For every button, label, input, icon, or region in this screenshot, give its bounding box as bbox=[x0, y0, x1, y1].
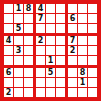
cell-r6c6[interactable] bbox=[56, 56, 65, 65]
cell-r8c7[interactable] bbox=[68, 78, 77, 87]
cell-r4c8[interactable] bbox=[78, 36, 87, 45]
cell-r1c5[interactable] bbox=[46, 4, 55, 13]
cell-r7c4[interactable] bbox=[36, 68, 45, 77]
cell-r7c6[interactable] bbox=[56, 68, 65, 77]
cell-r2c8[interactable] bbox=[78, 14, 87, 23]
cell-r2c1[interactable] bbox=[4, 14, 13, 23]
cell-r4c9[interactable] bbox=[88, 36, 97, 45]
box-1: 185 bbox=[4, 4, 33, 33]
cell-r7c5[interactable]: 5 bbox=[46, 68, 55, 77]
cell-r2c6[interactable] bbox=[56, 14, 65, 23]
cell-r6c2[interactable] bbox=[14, 56, 23, 65]
box-3: 6 bbox=[68, 4, 97, 33]
cell-r1c9[interactable] bbox=[88, 4, 97, 13]
cell-r7c8[interactable]: 8 bbox=[78, 68, 87, 77]
cell-r5c3[interactable] bbox=[24, 46, 33, 55]
cell-r5c8[interactable] bbox=[78, 46, 87, 55]
cell-r9c5[interactable] bbox=[46, 88, 55, 97]
cell-r3c6[interactable] bbox=[56, 24, 65, 33]
cell-r1c8[interactable] bbox=[78, 4, 87, 13]
cell-r9c8[interactable] bbox=[78, 88, 87, 97]
cell-r3c8[interactable] bbox=[78, 24, 87, 33]
cell-r9c3[interactable] bbox=[24, 88, 33, 97]
box-9: 81 bbox=[68, 68, 97, 97]
cell-r5c7[interactable]: 2 bbox=[68, 46, 77, 55]
box-5: 21 bbox=[36, 36, 65, 65]
cell-r9c6[interactable] bbox=[56, 88, 65, 97]
cell-r3c9[interactable] bbox=[88, 24, 97, 33]
cell-r8c4[interactable] bbox=[36, 78, 45, 87]
cell-r5c5[interactable] bbox=[46, 46, 55, 55]
cell-r8c3[interactable] bbox=[24, 78, 33, 87]
cell-r4c3[interactable] bbox=[24, 36, 33, 45]
cell-r8c1[interactable] bbox=[4, 78, 13, 87]
cell-r1c2[interactable]: 1 bbox=[14, 4, 23, 13]
cell-r5c1[interactable] bbox=[4, 46, 13, 55]
cell-r7c2[interactable] bbox=[14, 68, 23, 77]
cell-r9c2[interactable] bbox=[14, 88, 23, 97]
cell-r4c2[interactable] bbox=[14, 36, 23, 45]
cell-r1c6[interactable] bbox=[56, 4, 65, 13]
cell-r5c6[interactable] bbox=[56, 46, 65, 55]
cell-r6c8[interactable] bbox=[78, 56, 87, 65]
box-8: 5 bbox=[36, 68, 65, 97]
cell-r7c3[interactable] bbox=[24, 68, 33, 77]
cell-r9c4[interactable] bbox=[36, 88, 45, 97]
cell-r9c9[interactable] bbox=[88, 88, 97, 97]
box-2: 47 bbox=[36, 4, 65, 33]
cell-r3c7[interactable] bbox=[68, 24, 77, 33]
cell-r6c9[interactable] bbox=[88, 56, 97, 65]
cell-r4c5[interactable] bbox=[46, 36, 55, 45]
cell-r4c1[interactable]: 4 bbox=[4, 36, 13, 45]
cell-r6c1[interactable] bbox=[4, 56, 13, 65]
cell-r8c2[interactable] bbox=[14, 78, 23, 87]
cell-r8c9[interactable] bbox=[88, 78, 97, 87]
cell-r5c2[interactable]: 3 bbox=[14, 46, 23, 55]
box-4: 43 bbox=[4, 36, 33, 65]
cell-r5c4[interactable] bbox=[36, 46, 45, 55]
cell-r8c6[interactable] bbox=[56, 78, 65, 87]
cell-r6c5[interactable]: 1 bbox=[46, 56, 55, 65]
cell-r6c7[interactable] bbox=[68, 56, 77, 65]
cell-r8c5[interactable] bbox=[46, 78, 55, 87]
cell-r3c2[interactable]: 5 bbox=[14, 24, 23, 33]
cell-r9c1[interactable]: 2 bbox=[4, 88, 13, 97]
cell-r3c1[interactable] bbox=[4, 24, 13, 33]
cell-r1c4[interactable]: 4 bbox=[36, 4, 45, 13]
cell-r6c4[interactable] bbox=[36, 56, 45, 65]
cell-r1c1[interactable] bbox=[4, 4, 13, 13]
cell-r7c7[interactable] bbox=[68, 68, 77, 77]
cell-r2c9[interactable] bbox=[88, 14, 97, 23]
cell-r1c3[interactable]: 8 bbox=[24, 4, 33, 13]
cell-r2c7[interactable]: 6 bbox=[68, 14, 77, 23]
cell-r7c9[interactable] bbox=[88, 68, 97, 77]
cell-r6c3[interactable] bbox=[24, 56, 33, 65]
cell-r5c9[interactable] bbox=[88, 46, 97, 55]
cell-r4c6[interactable] bbox=[56, 36, 65, 45]
cell-r2c5[interactable] bbox=[46, 14, 55, 23]
cell-r3c4[interactable] bbox=[36, 24, 45, 33]
cell-r9c7[interactable] bbox=[68, 88, 77, 97]
cell-r2c2[interactable] bbox=[14, 14, 23, 23]
cell-r2c3[interactable] bbox=[24, 14, 33, 23]
cell-r1c7[interactable] bbox=[68, 4, 77, 13]
cell-r2c4[interactable]: 7 bbox=[36, 14, 45, 23]
cell-r4c7[interactable]: 7 bbox=[68, 36, 77, 45]
sudoku-board: 18547643217262581 bbox=[0, 0, 101, 101]
cell-r4c4[interactable]: 2 bbox=[36, 36, 45, 45]
cell-r7c1[interactable]: 6 bbox=[4, 68, 13, 77]
cell-r8c8[interactable]: 1 bbox=[78, 78, 87, 87]
cell-r3c3[interactable] bbox=[24, 24, 33, 33]
box-7: 62 bbox=[4, 68, 33, 97]
cell-r3c5[interactable] bbox=[46, 24, 55, 33]
box-6: 72 bbox=[68, 36, 97, 65]
